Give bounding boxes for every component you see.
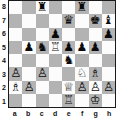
square-b7[interactable]: [22, 14, 35, 27]
square-a2[interactable]: ♗: [9, 81, 22, 94]
piece-white-pawn: ♙: [37, 67, 48, 80]
square-g3[interactable]: ♗: [89, 67, 102, 80]
square-b8[interactable]: [22, 1, 35, 14]
file-labels: abcdefgh: [8, 108, 116, 117]
square-a5[interactable]: [9, 41, 22, 54]
square-h1[interactable]: [102, 94, 115, 107]
chess-board: ♜♜♛♚♝♟♟♟♞♖♟♟♟♞♙♙♘♗♗♙♕♙♙♙♖♔: [8, 0, 116, 108]
piece-black-pawn: ♟: [90, 41, 101, 54]
piece-black-queen: ♛: [63, 14, 74, 27]
square-c2[interactable]: [36, 81, 49, 94]
square-e6[interactable]: [62, 28, 75, 41]
square-a3[interactable]: ♙: [9, 67, 22, 80]
square-e5[interactable]: ♟: [62, 41, 75, 54]
rank-label-5: 5: [0, 41, 8, 55]
rank-label-3: 3: [0, 68, 8, 82]
square-b2[interactable]: ♙: [22, 81, 35, 94]
rank-label-7: 7: [0, 14, 8, 28]
square-e3[interactable]: [62, 67, 75, 80]
chess-diagram: 87654321 ♜♜♛♚♝♟♟♟♞♖♟♟♟♞♙♙♘♗♗♙♕♙♙♙♖♔ abcd…: [0, 0, 118, 118]
file-label-b: b: [22, 108, 36, 117]
piece-black-knight: ♞: [37, 41, 48, 54]
piece-black-pawn: ♟: [63, 41, 74, 54]
piece-white-pawn: ♙: [10, 67, 21, 80]
square-e2[interactable]: ♕: [62, 81, 75, 94]
square-h5[interactable]: [102, 41, 115, 54]
square-d3[interactable]: [49, 67, 62, 80]
square-d8[interactable]: [49, 1, 62, 14]
file-label-c: c: [35, 108, 49, 117]
piece-white-pawn: ♙: [90, 81, 101, 94]
file-label-f: f: [76, 108, 90, 117]
piece-black-pawn: ♟: [76, 41, 87, 54]
square-f4[interactable]: [75, 54, 88, 67]
rank-label-6: 6: [0, 27, 8, 41]
rank-labels: 87654321: [0, 0, 8, 108]
square-b6[interactable]: [22, 28, 35, 41]
rank-label-1: 1: [0, 95, 8, 109]
square-d2[interactable]: [49, 81, 62, 94]
square-f7[interactable]: [75, 14, 88, 27]
square-b1[interactable]: [22, 94, 35, 107]
square-d5[interactable]: ♖: [49, 41, 62, 54]
square-f3[interactable]: ♘: [75, 67, 88, 80]
square-e7[interactable]: ♛: [62, 14, 75, 27]
piece-white-pawn: ♙: [76, 81, 87, 94]
square-h8[interactable]: [102, 1, 115, 14]
square-e8[interactable]: [62, 1, 75, 14]
file-label-d: d: [49, 108, 63, 117]
square-e4[interactable]: ♞: [62, 54, 75, 67]
piece-black-rook: ♜: [76, 1, 87, 14]
square-a7[interactable]: [9, 14, 22, 27]
piece-black-bishop: ♝: [103, 14, 114, 27]
square-c5[interactable]: ♞: [36, 41, 49, 54]
square-h2[interactable]: ♙: [102, 81, 115, 94]
square-e1[interactable]: ♖: [62, 94, 75, 107]
square-g8[interactable]: [89, 1, 102, 14]
piece-white-bishop: ♗: [10, 81, 21, 94]
piece-white-rook: ♖: [63, 94, 74, 107]
square-h7[interactable]: ♝: [102, 14, 115, 27]
file-label-a: a: [8, 108, 22, 117]
piece-white-pawn: ♙: [23, 81, 34, 94]
square-h3[interactable]: [102, 67, 115, 80]
rank-label-2: 2: [0, 81, 8, 95]
square-c6[interactable]: [36, 28, 49, 41]
square-h6[interactable]: ♟: [102, 28, 115, 41]
file-label-h: h: [103, 108, 117, 117]
square-c7[interactable]: [36, 14, 49, 27]
piece-black-pawn: ♟: [23, 41, 34, 54]
piece-white-queen: ♕: [63, 81, 74, 94]
square-g6[interactable]: [89, 28, 102, 41]
square-h4[interactable]: [102, 54, 115, 67]
file-label-g: g: [89, 108, 103, 117]
square-a1[interactable]: [9, 94, 22, 107]
square-b5[interactable]: ♟: [22, 41, 35, 54]
square-d7[interactable]: [49, 14, 62, 27]
square-d4[interactable]: [49, 54, 62, 67]
square-a8[interactable]: [9, 1, 22, 14]
piece-white-knight: ♘: [76, 67, 87, 80]
piece-white-king: ♔: [90, 94, 101, 107]
square-g2[interactable]: ♙: [89, 81, 102, 94]
square-g7[interactable]: ♚: [89, 14, 102, 27]
square-c1[interactable]: [36, 94, 49, 107]
square-f2[interactable]: ♙: [75, 81, 88, 94]
square-g5[interactable]: ♟: [89, 41, 102, 54]
square-c3[interactable]: ♙: [36, 67, 49, 80]
square-c8[interactable]: ♜: [36, 1, 49, 14]
piece-white-bishop: ♗: [90, 67, 101, 80]
square-f8[interactable]: ♜: [75, 1, 88, 14]
square-d6[interactable]: ♟: [49, 28, 62, 41]
square-b4[interactable]: [22, 54, 35, 67]
square-g1[interactable]: ♔: [89, 94, 102, 107]
square-f6[interactable]: [75, 28, 88, 41]
square-g4[interactable]: [89, 54, 102, 67]
rank-label-4: 4: [0, 54, 8, 68]
piece-black-king: ♚: [90, 14, 101, 27]
piece-white-pawn: ♙: [103, 81, 114, 94]
square-a4[interactable]: [9, 54, 22, 67]
piece-black-pawn: ♟: [50, 28, 61, 41]
piece-white-rook: ♖: [50, 41, 61, 54]
rank-label-8: 8: [0, 0, 8, 14]
piece-black-pawn: ♟: [103, 28, 114, 41]
square-f1[interactable]: [75, 94, 88, 107]
square-a6[interactable]: [9, 28, 22, 41]
piece-black-rook: ♜: [37, 1, 48, 14]
square-d1[interactable]: [49, 94, 62, 107]
square-c4[interactable]: [36, 54, 49, 67]
piece-black-knight: ♞: [63, 54, 74, 67]
file-label-e: e: [62, 108, 76, 117]
square-b3[interactable]: [22, 67, 35, 80]
square-f5[interactable]: ♟: [75, 41, 88, 54]
